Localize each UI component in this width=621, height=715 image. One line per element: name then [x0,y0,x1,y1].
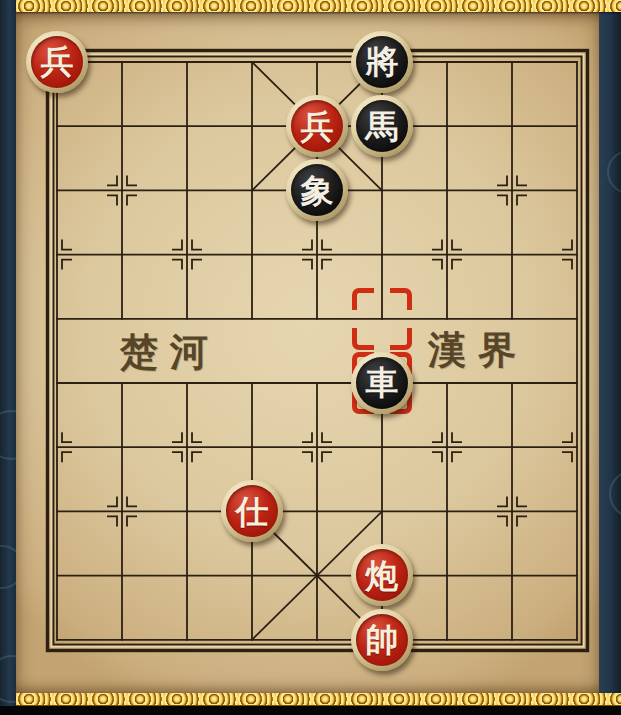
piece-black-elephant[interactable]: 象 [286,159,348,221]
piece-character: 馬 [351,95,413,157]
piece-black-general[interactable]: 將 [351,31,413,93]
piece-character: 炮 [351,544,413,606]
coin-ornament [607,150,621,194]
piece-character: 兵 [286,95,348,157]
piece-red-general[interactable]: 帥 [351,609,413,671]
coin-ornament [609,470,621,518]
decorative-stud-bar-bottom [16,693,621,706]
piece-character: 帥 [351,609,413,671]
piece-character: 將 [351,31,413,93]
bottom-black-strip [0,706,621,715]
piece-character: 兵 [26,31,88,93]
piece-red-cannon[interactable]: 炮 [351,544,413,606]
piece-character: 車 [351,352,413,414]
frame-left [0,0,16,715]
piece-red-soldier-1[interactable]: 兵 [26,31,88,93]
piece-character: 仕 [221,480,283,542]
piece-character: 象 [286,159,348,221]
piece-black-horse[interactable]: 馬 [351,95,413,157]
decorative-stud-bar-top [16,0,621,12]
piece-red-advisor[interactable]: 仕 [221,480,283,542]
piece-red-soldier-2[interactable]: 兵 [286,95,348,157]
frame-right [599,0,621,715]
piece-black-chariot[interactable]: 車 [351,352,413,414]
